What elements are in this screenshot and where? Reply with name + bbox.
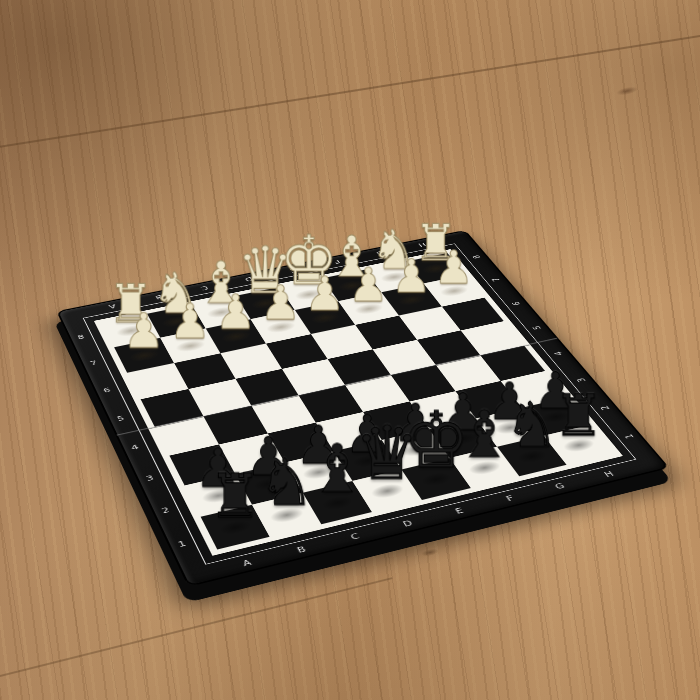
- black-bishop[interactable]: ♝: [308, 436, 366, 502]
- square-a1[interactable]: ♜: [201, 505, 270, 550]
- black-knight[interactable]: ♞: [258, 450, 314, 515]
- white-pawn[interactable]: ♟: [169, 298, 210, 346]
- white-pawn[interactable]: ♟: [348, 262, 388, 308]
- photo-stage: ABCDEFGH ABCDEFGH 87654321 87654321 ♜♞♝♛…: [0, 0, 700, 700]
- white-pawn[interactable]: ♟: [260, 280, 301, 327]
- white-pawn[interactable]: ♟: [434, 245, 474, 291]
- rank-label-right-4: 4: [532, 343, 586, 363]
- white-pawn[interactable]: ♟: [392, 253, 432, 299]
- white-pawn[interactable]: ♟: [123, 307, 165, 355]
- black-rook[interactable]: ♜: [553, 387, 603, 445]
- black-knight[interactable]: ♞: [505, 394, 559, 456]
- black-rook[interactable]: ♜: [208, 466, 261, 527]
- wood-knot: [611, 83, 642, 99]
- white-pawn[interactable]: ♟: [305, 271, 345, 318]
- white-pawn[interactable]: ♟: [215, 289, 256, 336]
